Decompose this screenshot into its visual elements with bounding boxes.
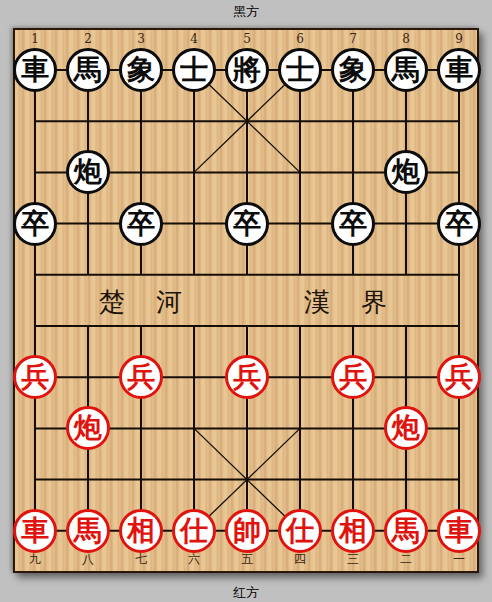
river-text-han-jie: 漢界 [304,285,418,320]
black-side-label: 黑方 [0,3,492,21]
piece-black-soldier[interactable]: 卒 [331,202,375,246]
top-column-label-8: 8 [394,32,418,46]
top-column-label-6: 6 [288,32,312,46]
piece-black-advisor[interactable]: 士 [172,48,216,92]
piece-black-horse[interactable]: 馬 [66,48,110,92]
top-column-label-9: 9 [447,32,471,46]
piece-red-chariot[interactable]: 車 [437,509,481,553]
top-column-label-4: 4 [182,32,206,46]
piece-red-advisor[interactable]: 仕 [278,509,322,553]
piece-red-elephant[interactable]: 相 [119,509,163,553]
top-column-label-7: 7 [341,32,365,46]
top-column-label-2: 2 [76,32,100,46]
piece-black-soldier[interactable]: 卒 [13,202,57,246]
piece-black-soldier[interactable]: 卒 [225,202,269,246]
piece-red-soldier[interactable]: 兵 [13,355,57,399]
river-text-chu-he: 楚河 [99,285,213,320]
piece-black-horse[interactable]: 馬 [384,48,428,92]
piece-red-elephant[interactable]: 相 [331,509,375,553]
bottom-column-label-5: 五 [235,551,259,568]
piece-black-soldier[interactable]: 卒 [437,202,481,246]
piece-black-general[interactable]: 將 [225,48,269,92]
bottom-column-label-9: 一 [447,551,471,568]
piece-red-soldier[interactable]: 兵 [119,355,163,399]
piece-red-chariot[interactable]: 車 [13,509,57,553]
top-column-label-3: 3 [129,32,153,46]
piece-red-horse[interactable]: 馬 [66,509,110,553]
piece-black-chariot[interactable]: 車 [13,48,57,92]
piece-black-chariot[interactable]: 車 [437,48,481,92]
piece-black-soldier[interactable]: 卒 [119,202,163,246]
xiangqi-board[interactable]: 123456789 九八七六五四三二一 楚河 漢界 車馬象士將士象馬車炮炮卒卒卒… [13,28,479,573]
piece-black-advisor[interactable]: 士 [278,48,322,92]
bottom-column-label-3: 七 [129,551,153,568]
piece-red-soldier[interactable]: 兵 [331,355,375,399]
red-side-label: 红方 [0,584,492,602]
bottom-column-label-1: 九 [23,551,47,568]
top-column-label-1: 1 [23,32,47,46]
piece-red-soldier[interactable]: 兵 [437,355,481,399]
bottom-column-label-4: 六 [182,551,206,568]
bottom-column-label-8: 二 [394,551,418,568]
bottom-column-label-6: 四 [288,551,312,568]
bottom-column-label-2: 八 [76,551,100,568]
piece-black-elephant[interactable]: 象 [119,48,163,92]
top-column-label-5: 5 [235,32,259,46]
piece-red-general[interactable]: 帥 [225,509,269,553]
piece-black-elephant[interactable]: 象 [331,48,375,92]
app-window: { "game": "xiangqi", "position": "rnbaka… [0,0,492,602]
piece-red-soldier[interactable]: 兵 [225,355,269,399]
piece-red-horse[interactable]: 馬 [384,509,428,553]
piece-red-advisor[interactable]: 仕 [172,509,216,553]
bottom-column-label-7: 三 [341,551,365,568]
